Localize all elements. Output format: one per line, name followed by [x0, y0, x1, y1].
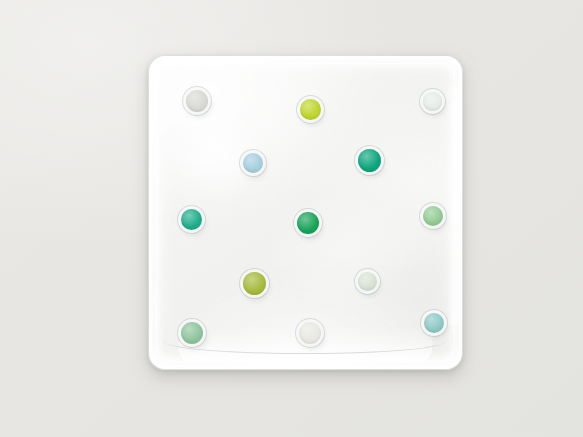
glass-dot-milky-white	[186, 90, 208, 112]
glass-sheen-center	[244, 176, 444, 326]
glass-dot-teal	[181, 209, 202, 230]
glass-dot-white	[299, 322, 321, 344]
glass-dot-clear-glass	[423, 92, 442, 111]
glass-dot-olive-green	[243, 272, 266, 295]
glass-dot-teal-green	[358, 149, 381, 172]
glass-dot-sage-green	[181, 322, 203, 344]
glass-dot-green	[297, 212, 319, 234]
glass-dish	[148, 55, 463, 370]
glass-dot-light-blue	[243, 153, 263, 173]
photo-background-surface	[0, 0, 583, 437]
glass-dot-pale-mint	[358, 272, 377, 291]
glass-dot-aqua-blue	[424, 313, 444, 333]
glass-dot-pale-green	[423, 206, 443, 226]
glass-sheen-right-edge	[446, 86, 460, 326]
glass-dot-chartreuse	[300, 99, 321, 120]
